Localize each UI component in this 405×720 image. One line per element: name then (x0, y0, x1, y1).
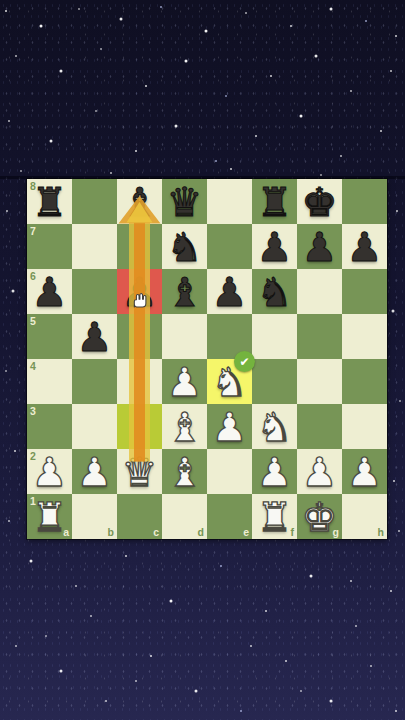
square-d2[interactable]: ♝ (162, 449, 207, 494)
correct-move-badge: ✔ (234, 351, 255, 372)
square-f4[interactable] (252, 359, 297, 404)
piece-white-pawn[interactable]: ♟ (162, 359, 207, 404)
square-e8[interactable] (207, 179, 252, 224)
square-d3[interactable]: ♝ (162, 404, 207, 449)
file-label-f: f (291, 526, 295, 538)
piece-black-king[interactable]: ♚ (297, 179, 342, 224)
square-a3[interactable]: 3 (27, 404, 72, 449)
rank-label-7: 7 (30, 225, 36, 237)
square-e2[interactable] (207, 449, 252, 494)
piece-black-rook[interactable]: ♜ (252, 179, 297, 224)
piece-black-pawn[interactable]: ♟ (297, 224, 342, 269)
square-a5[interactable]: 5 (27, 314, 72, 359)
file-label-c: c (153, 526, 159, 538)
square-b2[interactable]: ♟ (72, 449, 117, 494)
piece-white-queen[interactable]: ♛ (117, 449, 162, 494)
file-label-d: d (198, 526, 204, 538)
piece-black-pawn[interactable]: ♟ (207, 269, 252, 314)
square-f1[interactable]: ♜f (252, 494, 297, 539)
piece-white-bishop[interactable]: ♝ (162, 449, 207, 494)
square-f5[interactable] (252, 314, 297, 359)
square-d6[interactable]: ♝ (162, 269, 207, 314)
square-f2[interactable]: ♟ (252, 449, 297, 494)
piece-black-knight[interactable]: ♞ (162, 224, 207, 269)
rank-label-8: 8 (30, 180, 36, 192)
piece-black-pawn[interactable]: ♟ (252, 224, 297, 269)
square-g3[interactable] (297, 404, 342, 449)
checkmark-icon: ✔ (239, 355, 249, 369)
piece-white-bishop[interactable]: ♝ (162, 404, 207, 449)
rank-label-2: 2 (30, 450, 36, 462)
file-label-b: b (108, 526, 114, 538)
square-b5[interactable]: ♟ (72, 314, 117, 359)
square-g5[interactable] (297, 314, 342, 359)
square-h3[interactable] (342, 404, 387, 449)
piece-white-knight[interactable]: ♞ (252, 404, 297, 449)
square-g2[interactable]: ♟ (297, 449, 342, 494)
square-c4[interactable] (117, 359, 162, 404)
rank-label-3: 3 (30, 405, 36, 417)
piece-white-pawn[interactable]: ♟ (342, 449, 387, 494)
piece-black-knight[interactable]: ♞ (252, 269, 297, 314)
square-c1[interactable]: c (117, 494, 162, 539)
square-e3[interactable]: ♟ (207, 404, 252, 449)
square-h8[interactable] (342, 179, 387, 224)
square-a4[interactable]: 4 (27, 359, 72, 404)
piece-white-pawn[interactable]: ♟ (72, 449, 117, 494)
piece-black-queen[interactable]: ♛ (162, 179, 207, 224)
square-g1[interactable]: ♚g (297, 494, 342, 539)
square-d4[interactable]: ♟ (162, 359, 207, 404)
square-h4[interactable] (342, 359, 387, 404)
chess-board: ♜8♝♛♜♚7♞♟♟♟♟6♟♝♟♞5♟4♟♞✔3♝♟♞♟2♟♛♝♟♟♟♜1abc… (27, 179, 387, 539)
square-h2[interactable]: ♟ (342, 449, 387, 494)
square-b8[interactable] (72, 179, 117, 224)
square-c8[interactable]: ♝ (117, 179, 162, 224)
rank-label-4: 4 (30, 360, 36, 372)
square-c5[interactable] (117, 314, 162, 359)
square-b7[interactable] (72, 224, 117, 269)
square-g6[interactable] (297, 269, 342, 314)
square-g7[interactable]: ♟ (297, 224, 342, 269)
piece-white-pawn[interactable]: ♟ (297, 449, 342, 494)
square-c2[interactable]: ♛ (117, 449, 162, 494)
rank-label-6: 6 (30, 270, 36, 282)
square-d1[interactable]: d (162, 494, 207, 539)
piece-black-pawn[interactable]: ♟ (342, 224, 387, 269)
square-b4[interactable] (72, 359, 117, 404)
file-label-a: a (63, 526, 69, 538)
rank-label-5: 5 (30, 315, 36, 327)
square-f3[interactable]: ♞ (252, 404, 297, 449)
piece-black-bishop[interactable]: ♝ (162, 269, 207, 314)
square-e1[interactable]: e (207, 494, 252, 539)
square-a1[interactable]: ♜1a (27, 494, 72, 539)
square-h5[interactable] (342, 314, 387, 359)
square-a8[interactable]: ♜8 (27, 179, 72, 224)
file-label-g: g (333, 526, 339, 538)
square-f6[interactable]: ♞ (252, 269, 297, 314)
piece-white-pawn[interactable]: ♟ (207, 404, 252, 449)
square-b6[interactable] (72, 269, 117, 314)
square-c7[interactable] (117, 224, 162, 269)
square-h6[interactable] (342, 269, 387, 314)
square-e7[interactable] (207, 224, 252, 269)
stars-decoration (0, 0, 2, 2)
square-d7[interactable]: ♞ (162, 224, 207, 269)
square-a6[interactable]: ♟6 (27, 269, 72, 314)
rank-label-1: 1 (30, 495, 36, 507)
square-d5[interactable] (162, 314, 207, 359)
starfield-background: ♜8♝♛♜♚7♞♟♟♟♟6♟♝♟♞5♟4♟♞✔3♝♟♞♟2♟♛♝♟♟♟♜1abc… (0, 0, 405, 720)
square-g8[interactable]: ♚ (297, 179, 342, 224)
piece-black-pawn[interactable]: ♟ (72, 314, 117, 359)
square-f7[interactable]: ♟ (252, 224, 297, 269)
square-b3[interactable] (72, 404, 117, 449)
square-e4[interactable]: ♞✔ (207, 359, 252, 404)
square-c3[interactable] (117, 404, 162, 449)
square-h7[interactable]: ♟ (342, 224, 387, 269)
square-h1[interactable]: h (342, 494, 387, 539)
square-a2[interactable]: ♟2 (27, 449, 72, 494)
square-b1[interactable]: b (72, 494, 117, 539)
square-f8[interactable]: ♜ (252, 179, 297, 224)
square-e6[interactable]: ♟ (207, 269, 252, 314)
square-d8[interactable]: ♛ (162, 179, 207, 224)
hand-cursor-icon (129, 290, 148, 313)
square-a7[interactable]: 7 (27, 224, 72, 269)
piece-white-pawn[interactable]: ♟ (252, 449, 297, 494)
square-c6[interactable]: ♟ (117, 269, 162, 314)
square-g4[interactable] (297, 359, 342, 404)
file-label-e: e (243, 526, 249, 538)
piece-black-bishop[interactable]: ♝ (117, 179, 162, 224)
file-label-h: h (378, 526, 384, 538)
